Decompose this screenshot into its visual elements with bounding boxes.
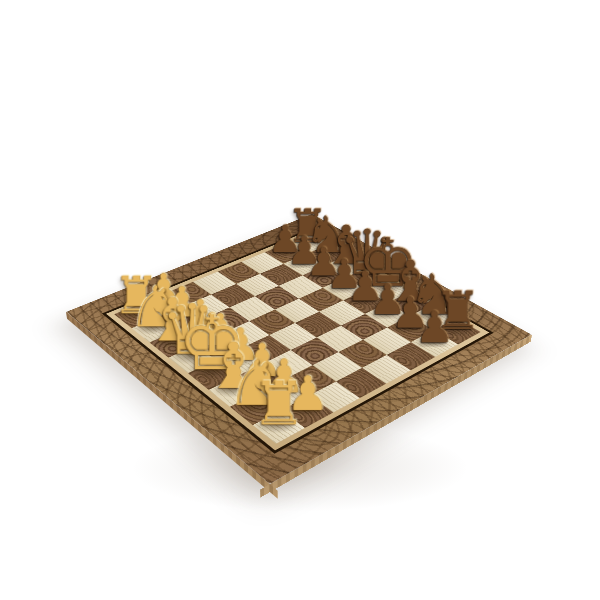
piece-black-pawn[interactable]: ♟ — [388, 306, 481, 349]
square-h1[interactable]: ♜ — [253, 410, 306, 444]
chess-set-photo: ♜♞♝♛♚♝♞♜♟♟♟♟♟♟♟♟♟♟♟♟♟♟♟♟♜♞♝♛♚♝♞♜ — [0, 0, 600, 600]
piece-white-rook[interactable]: ♜ — [227, 373, 331, 433]
